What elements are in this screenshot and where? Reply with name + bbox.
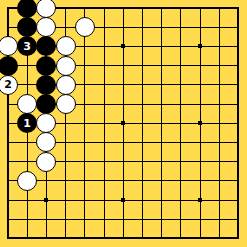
white-stone [36, 0, 56, 18]
star-point [121, 198, 125, 202]
black-stone [36, 56, 56, 76]
go-diagram: 321 [0, 0, 247, 247]
white-stone [36, 132, 56, 152]
go-board[interactable]: 321 [0, 0, 247, 247]
white-stone [75, 17, 95, 37]
white-stone [36, 113, 56, 133]
black-stone [17, 17, 37, 37]
black-stone [36, 36, 56, 56]
star-point [44, 198, 48, 202]
black-stone-move-3: 3 [17, 36, 37, 56]
star-point [121, 121, 125, 125]
star-point [198, 44, 202, 48]
white-stone [56, 56, 76, 76]
grid-line-vertical [180, 7, 181, 239]
grid-line-vertical [237, 7, 239, 239]
star-point [121, 44, 125, 48]
white-stone-move-2: 2 [0, 75, 18, 95]
grid-line-vertical [219, 7, 220, 239]
grid-line-horizontal [7, 237, 239, 239]
grid-line-horizontal [7, 180, 239, 181]
white-stone [56, 94, 76, 114]
white-stone [17, 171, 37, 191]
grid-line-vertical [142, 7, 143, 239]
white-stone [56, 75, 76, 95]
white-stone [36, 17, 56, 37]
grid-line-horizontal [7, 219, 239, 220]
black-stone [36, 94, 56, 114]
black-stone [17, 0, 37, 18]
white-stone [56, 36, 76, 56]
star-point [198, 121, 202, 125]
black-stone [36, 75, 56, 95]
white-stone [36, 152, 56, 172]
star-point [198, 198, 202, 202]
grid-line-vertical [161, 7, 162, 239]
black-stone [0, 56, 18, 76]
white-stone [0, 36, 18, 56]
white-stone [17, 94, 37, 114]
black-stone-move-1: 1 [17, 113, 37, 133]
